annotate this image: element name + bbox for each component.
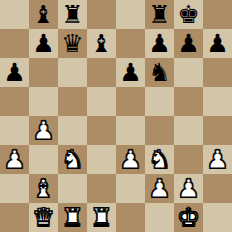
square-d1[interactable]: ♜ (87, 203, 116, 232)
square-b7[interactable]: ♟ (29, 29, 58, 58)
square-g4[interactable] (174, 116, 203, 145)
square-a4[interactable] (0, 116, 29, 145)
square-d6[interactable] (87, 58, 116, 87)
piece-black-rook[interactable]: ♜ (148, 0, 170, 29)
square-a3[interactable]: ♟ (0, 145, 29, 174)
square-c5[interactable] (58, 87, 87, 116)
piece-white-pawn[interactable]: ♟ (119, 145, 141, 174)
square-h8[interactable] (203, 0, 232, 29)
square-a1[interactable] (0, 203, 29, 232)
square-g6[interactable] (174, 58, 203, 87)
square-h3[interactable]: ♟ (203, 145, 232, 174)
square-f4[interactable] (145, 116, 174, 145)
square-h6[interactable] (203, 58, 232, 87)
square-c8[interactable]: ♜ (58, 0, 87, 29)
square-d8[interactable] (87, 0, 116, 29)
square-f7[interactable]: ♟ (145, 29, 174, 58)
square-b5[interactable] (29, 87, 58, 116)
square-f5[interactable] (145, 87, 174, 116)
square-e5[interactable] (116, 87, 145, 116)
piece-black-pawn[interactable]: ♟ (177, 29, 199, 58)
piece-white-pawn[interactable]: ♟ (32, 116, 54, 145)
square-e8[interactable] (116, 0, 145, 29)
square-a2[interactable] (0, 174, 29, 203)
piece-black-king[interactable]: ♚ (177, 0, 199, 29)
square-a7[interactable] (0, 29, 29, 58)
piece-black-bishop[interactable]: ♝ (90, 29, 112, 58)
square-c6[interactable] (58, 58, 87, 87)
square-h2[interactable] (203, 174, 232, 203)
square-d2[interactable] (87, 174, 116, 203)
piece-white-pawn[interactable]: ♟ (3, 145, 25, 174)
piece-white-king[interactable]: ♚ (177, 203, 199, 232)
piece-black-pawn[interactable]: ♟ (32, 29, 54, 58)
square-f8[interactable]: ♜ (145, 0, 174, 29)
square-c1[interactable]: ♜ (58, 203, 87, 232)
square-g7[interactable]: ♟ (174, 29, 203, 58)
square-g3[interactable] (174, 145, 203, 174)
square-c4[interactable] (58, 116, 87, 145)
square-a6[interactable]: ♟ (0, 58, 29, 87)
piece-black-queen[interactable]: ♛ (61, 29, 83, 58)
square-c7[interactable]: ♛ (58, 29, 87, 58)
square-h7[interactable]: ♟ (203, 29, 232, 58)
square-c3[interactable]: ♞ (58, 145, 87, 174)
piece-black-pawn[interactable]: ♟ (206, 29, 228, 58)
square-g2[interactable]: ♟ (174, 174, 203, 203)
piece-white-pawn[interactable]: ♟ (177, 174, 199, 203)
square-d7[interactable]: ♝ (87, 29, 116, 58)
square-d3[interactable] (87, 145, 116, 174)
piece-black-knight[interactable]: ♞ (148, 58, 170, 87)
square-f3[interactable]: ♞ (145, 145, 174, 174)
square-g8[interactable]: ♚ (174, 0, 203, 29)
piece-black-bishop[interactable]: ♝ (32, 0, 54, 29)
square-f6[interactable]: ♞ (145, 58, 174, 87)
piece-white-knight[interactable]: ♞ (61, 145, 83, 174)
square-g1[interactable]: ♚ (174, 203, 203, 232)
square-b1[interactable]: ♛ (29, 203, 58, 232)
piece-black-pawn[interactable]: ♟ (119, 58, 141, 87)
square-h4[interactable] (203, 116, 232, 145)
square-f2[interactable]: ♟ (145, 174, 174, 203)
square-b4[interactable]: ♟ (29, 116, 58, 145)
square-h1[interactable] (203, 203, 232, 232)
piece-white-rook[interactable]: ♜ (61, 203, 83, 232)
square-d4[interactable] (87, 116, 116, 145)
square-b6[interactable] (29, 58, 58, 87)
square-f1[interactable] (145, 203, 174, 232)
piece-black-pawn[interactable]: ♟ (3, 58, 25, 87)
piece-white-bishop[interactable]: ♝ (32, 174, 54, 203)
square-b8[interactable]: ♝ (29, 0, 58, 29)
piece-white-knight[interactable]: ♞ (148, 145, 170, 174)
square-d5[interactable] (87, 87, 116, 116)
square-b2[interactable]: ♝ (29, 174, 58, 203)
square-b3[interactable] (29, 145, 58, 174)
square-e2[interactable] (116, 174, 145, 203)
square-e6[interactable]: ♟ (116, 58, 145, 87)
piece-white-rook[interactable]: ♜ (90, 203, 112, 232)
square-e7[interactable] (116, 29, 145, 58)
piece-black-rook[interactable]: ♜ (61, 0, 83, 29)
square-e4[interactable] (116, 116, 145, 145)
chess-board: ♝♜♜♚♟♛♝♟♟♟♟♟♞♟♟♞♟♞♟♝♟♟♛♜♜♚ (0, 0, 232, 232)
square-a8[interactable] (0, 0, 29, 29)
square-g5[interactable] (174, 87, 203, 116)
square-e1[interactable] (116, 203, 145, 232)
piece-white-pawn[interactable]: ♟ (148, 174, 170, 203)
square-c2[interactable] (58, 174, 87, 203)
piece-black-pawn[interactable]: ♟ (148, 29, 170, 58)
square-h5[interactable] (203, 87, 232, 116)
square-e3[interactable]: ♟ (116, 145, 145, 174)
piece-white-queen[interactable]: ♛ (32, 203, 54, 232)
piece-white-pawn[interactable]: ♟ (206, 145, 228, 174)
square-a5[interactable] (0, 87, 29, 116)
